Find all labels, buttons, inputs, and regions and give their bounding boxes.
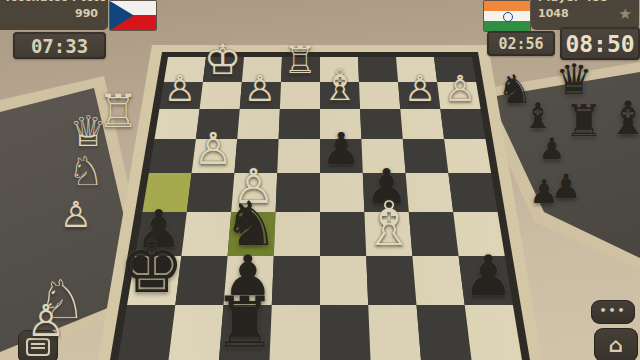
piece-bR-f8[interactable]: ♜ [213, 288, 276, 359]
left-player-rating: 990 [75, 7, 98, 20]
moves-list-icon [26, 338, 50, 356]
left-player-name: Tcccnatcc Ptctc [4, 0, 106, 4]
moves-list-button[interactable] [18, 330, 58, 360]
piece-wB-c6[interactable]: ♗ [362, 193, 417, 254]
home-button[interactable]: ⌂ [594, 328, 638, 360]
right-player-name: Player 455 [538, 0, 609, 4]
ellipsis-icon: ••• [599, 304, 626, 321]
piece-wB-d2[interactable]: ♗ [321, 65, 359, 107]
czech-flag-icon [109, 0, 157, 31]
left-player-panel: Tcccnatcc Ptctc 990 [0, 0, 108, 30]
home-icon: ⌂ [609, 333, 623, 357]
piece-bP-d4[interactable]: ♟ [322, 127, 361, 171]
piece-wR-e1[interactable]: ♖ [284, 42, 318, 80]
move-clock-time: 02:56 [498, 35, 543, 53]
game-stage: ♔♖♗♙♙♙♙♙♟♙♟♗♞♟♚♟♟♜ ♖♕♘♙♘♙♞♝♛♜♟♟♟♝ Tcccna… [0, 0, 640, 360]
right-clock-time: 08:50 [565, 31, 634, 57]
piece-wP-g4[interactable]: ♙ [194, 127, 233, 171]
india-flag-icon [483, 0, 531, 32]
piece-wP-f2[interactable]: ♙ [244, 71, 276, 107]
star-icon: ★ [619, 5, 632, 23]
piece-wK-g1[interactable]: ♔ [204, 39, 241, 81]
left-clock-time: 07:33 [31, 35, 88, 57]
right-move-clock: 02:56 [487, 31, 555, 56]
right-player-clock: 08:50 [560, 27, 640, 60]
piece-wP-a2[interactable]: ♙ [444, 71, 476, 107]
left-player-clock: 07:33 [13, 32, 106, 59]
more-options-button[interactable]: ••• [591, 300, 635, 324]
piece-bP-a7[interactable]: ♟ [463, 248, 513, 304]
piece-wP-b2[interactable]: ♙ [404, 71, 436, 107]
piece-wP-h2[interactable]: ♙ [164, 71, 196, 107]
right-player-rating: 1048 [538, 7, 569, 20]
piece-bK-h7[interactable]: ♚ [119, 231, 184, 304]
right-player-panel: Player 455 1048 ★ [531, 0, 639, 30]
